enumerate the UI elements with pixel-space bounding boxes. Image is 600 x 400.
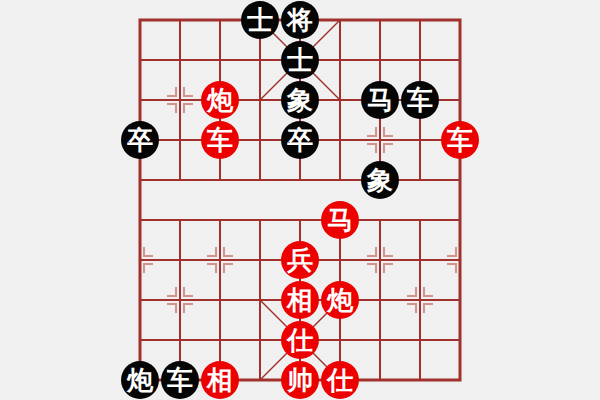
intersection-e10[interactable]: 将 (280, 0, 320, 40)
intersection-c3[interactable] (200, 280, 240, 320)
black-chariot-piece[interactable]: 车 (161, 361, 199, 399)
black-soldier-piece[interactable]: 卒 (281, 121, 319, 159)
intersection-d1[interactable] (240, 360, 280, 400)
intersection-i10[interactable] (440, 0, 480, 40)
red-general-piece[interactable]: 帅 (281, 361, 319, 399)
intersection-a10[interactable] (120, 0, 160, 40)
black-advisor-piece[interactable]: 士 (241, 1, 279, 39)
intersection-i9[interactable] (440, 40, 480, 80)
intersection-a2[interactable] (120, 320, 160, 360)
red-elephant-piece[interactable]: 相 (201, 361, 239, 399)
intersection-f9[interactable] (320, 40, 360, 80)
intersection-f10[interactable] (320, 0, 360, 40)
intersection-h4[interactable] (400, 240, 440, 280)
red-advisor-piece[interactable]: 仕 (281, 321, 319, 359)
black-general-piece[interactable]: 将 (281, 1, 319, 39)
intersection-h8[interactable]: 车 (400, 80, 440, 120)
intersection-g3[interactable] (360, 280, 400, 320)
intersection-b9[interactable] (160, 40, 200, 80)
intersection-h5[interactable] (400, 200, 440, 240)
intersection-f5[interactable]: 马 (320, 200, 360, 240)
intersection-g5[interactable] (360, 200, 400, 240)
intersection-e5[interactable] (280, 200, 320, 240)
intersection-h3[interactable] (400, 280, 440, 320)
intersection-f1[interactable]: 仕 (320, 360, 360, 400)
intersection-f3[interactable]: 炮 (320, 280, 360, 320)
black-elephant-piece[interactable]: 象 (281, 81, 319, 119)
intersection-i1[interactable] (440, 360, 480, 400)
intersection-c4[interactable] (200, 240, 240, 280)
intersection-e6[interactable] (280, 160, 320, 200)
black-horse-piece[interactable]: 马 (361, 81, 399, 119)
intersection-b3[interactable] (160, 280, 200, 320)
intersection-f2[interactable] (320, 320, 360, 360)
intersection-b1[interactable]: 车 (160, 360, 200, 400)
intersection-d3[interactable] (240, 280, 280, 320)
intersection-c7[interactable]: 车 (200, 120, 240, 160)
xiangqi-board: 士将士炮象马车卒车卒车象马兵相炮仕炮车相帅仕 (120, 0, 480, 400)
intersection-b2[interactable] (160, 320, 200, 360)
intersection-b10[interactable] (160, 0, 200, 40)
intersection-h9[interactable] (400, 40, 440, 80)
intersection-c10[interactable] (200, 0, 240, 40)
board-intersections: 士将士炮象马车卒车卒车象马兵相炮仕炮车相帅仕 (120, 0, 480, 400)
red-chariot-piece[interactable]: 车 (441, 121, 479, 159)
intersection-e9[interactable]: 士 (280, 40, 320, 80)
intersection-i2[interactable] (440, 320, 480, 360)
intersection-c2[interactable] (200, 320, 240, 360)
intersection-a3[interactable] (120, 280, 160, 320)
intersection-d8[interactable] (240, 80, 280, 120)
black-cannon-piece[interactable]: 炮 (121, 361, 159, 399)
intersection-e8[interactable]: 象 (280, 80, 320, 120)
intersection-i7[interactable]: 车 (440, 120, 480, 160)
intersection-b8[interactable] (160, 80, 200, 120)
intersection-c9[interactable] (200, 40, 240, 80)
intersection-d6[interactable] (240, 160, 280, 200)
red-cannon-piece[interactable]: 炮 (201, 81, 239, 119)
intersection-e7[interactable]: 卒 (280, 120, 320, 160)
intersection-c8[interactable]: 炮 (200, 80, 240, 120)
red-chariot-piece[interactable]: 车 (201, 121, 239, 159)
red-advisor-piece[interactable]: 仕 (321, 361, 359, 399)
intersection-b5[interactable] (160, 200, 200, 240)
intersection-h6[interactable] (400, 160, 440, 200)
intersection-a9[interactable] (120, 40, 160, 80)
intersection-a7[interactable]: 卒 (120, 120, 160, 160)
intersection-b4[interactable] (160, 240, 200, 280)
black-chariot-piece[interactable]: 车 (401, 81, 439, 119)
red-elephant-piece[interactable]: 相 (281, 281, 319, 319)
intersection-f8[interactable] (320, 80, 360, 120)
intersection-c5[interactable] (200, 200, 240, 240)
intersection-e1[interactable]: 帅 (280, 360, 320, 400)
red-cannon-piece[interactable]: 炮 (321, 281, 359, 319)
intersection-g1[interactable] (360, 360, 400, 400)
black-elephant-piece[interactable]: 象 (361, 161, 399, 199)
intersection-i6[interactable] (440, 160, 480, 200)
intersection-c6[interactable] (200, 160, 240, 200)
intersection-g2[interactable] (360, 320, 400, 360)
intersection-i4[interactable] (440, 240, 480, 280)
intersection-f4[interactable] (320, 240, 360, 280)
intersection-i3[interactable] (440, 280, 480, 320)
black-soldier-piece[interactable]: 卒 (121, 121, 159, 159)
black-advisor-piece[interactable]: 士 (281, 41, 319, 79)
intersection-f7[interactable] (320, 120, 360, 160)
intersection-e4[interactable]: 兵 (280, 240, 320, 280)
intersection-a6[interactable] (120, 160, 160, 200)
intersection-a1[interactable]: 炮 (120, 360, 160, 400)
red-soldier-piece[interactable]: 兵 (281, 241, 319, 279)
intersection-e3[interactable]: 相 (280, 280, 320, 320)
red-horse-piece[interactable]: 马 (321, 201, 359, 239)
intersection-i5[interactable] (440, 200, 480, 240)
intersection-d5[interactable] (240, 200, 280, 240)
intersection-d4[interactable] (240, 240, 280, 280)
intersection-a4[interactable] (120, 240, 160, 280)
intersection-i8[interactable] (440, 80, 480, 120)
intersection-g10[interactable] (360, 0, 400, 40)
intersection-c1[interactable]: 相 (200, 360, 240, 400)
intersection-h1[interactable] (400, 360, 440, 400)
intersection-g8[interactable]: 马 (360, 80, 400, 120)
intersection-g7[interactable] (360, 120, 400, 160)
intersection-b6[interactable] (160, 160, 200, 200)
intersection-g9[interactable] (360, 40, 400, 80)
intersection-f6[interactable] (320, 160, 360, 200)
intersection-d7[interactable] (240, 120, 280, 160)
intersection-a5[interactable] (120, 200, 160, 240)
intersection-g4[interactable] (360, 240, 400, 280)
xiangqi-app-screen: 士将士炮象马车卒车卒车象马兵相炮仕炮车相帅仕 (0, 0, 600, 400)
intersection-h7[interactable] (400, 120, 440, 160)
intersection-g6[interactable]: 象 (360, 160, 400, 200)
intersection-d9[interactable] (240, 40, 280, 80)
intersection-d10[interactable]: 士 (240, 0, 280, 40)
intersection-e2[interactable]: 仕 (280, 320, 320, 360)
intersection-h2[interactable] (400, 320, 440, 360)
intersection-h10[interactable] (400, 0, 440, 40)
intersection-d2[interactable] (240, 320, 280, 360)
intersection-a8[interactable] (120, 80, 160, 120)
intersection-b7[interactable] (160, 120, 200, 160)
